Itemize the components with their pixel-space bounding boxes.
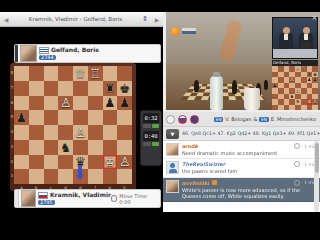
square-e6[interactable]: [73, 96, 88, 111]
square-h7[interactable]: ♚: [117, 81, 132, 96]
chat-scrollbar-thumb[interactable]: [315, 143, 319, 173]
piece-bP-g6[interactable]: ♟: [103, 96, 118, 111]
square-b5[interactable]: [29, 110, 44, 125]
piece-bP-a5: ♟: [272, 83, 278, 89]
game-navbar: ◀ Kramnik, Vladimir - Gelfand, Boris ⇕ ▶: [0, 12, 163, 27]
move-list-bar: ▼ 46. Qe8 Qc1+ 47. Kg2 Qd2+ 48. Kg1 Qe3+…: [163, 126, 320, 141]
prev-game-button[interactable]: ◀: [0, 16, 12, 23]
clock-icon: [294, 143, 300, 149]
clock-icon: [294, 161, 300, 167]
square-h1: [312, 105, 318, 111]
chat-username[interactable]: anvitshiki: [182, 180, 210, 186]
square-f3[interactable]: [88, 140, 103, 155]
game-selector-icon[interactable]: ⇕: [139, 15, 151, 23]
piece-wP-e4[interactable]: ♙: [73, 125, 88, 140]
close-icon[interactable]: ✕: [312, 14, 317, 21]
chat-message[interactable]: TheRealSwizler · 1 min the pawns scared …: [163, 159, 320, 177]
clock-panel: 0:32 0:40: [140, 110, 162, 166]
square-h6[interactable]: ♟: [117, 96, 132, 111]
commentator-separator: &: [254, 116, 258, 122]
square-b1[interactable]: [29, 169, 44, 184]
video-bottle: [210, 76, 223, 110]
piece-bK-h7[interactable]: ♚: [117, 81, 132, 96]
logo-text: [182, 28, 196, 34]
white-side-indicator: [15, 190, 19, 207]
top-black-bar: [0, 0, 320, 12]
player-name: Kramnik, Vladimir: [50, 192, 111, 199]
pip-laptop: [300, 43, 311, 49]
square-a3[interactable]: [14, 140, 29, 155]
commentator-figure: [279, 33, 293, 49]
broadcast-panel: Gelfand, Boris ♕♖♜♚♙♟♟♟♙♞♛♔♙ ✕ EN V. Bol…: [163, 12, 320, 240]
mini-chess-board: ♕♖♜♚♙♟♟♟♙♞♛♔♙: [272, 66, 318, 110]
bottom-black-bar: [0, 212, 320, 240]
russian-audio-icon[interactable]: [178, 115, 187, 124]
chat-panel: arodé · 1 min Need dramatic music accomp…: [163, 141, 320, 212]
player-card-black: Gelfand, Boris 2744: [14, 44, 161, 63]
square-f1[interactable]: [88, 169, 103, 184]
square-f8[interactable]: ♖: [88, 66, 103, 81]
piece-wP-d6: ♙: [289, 77, 295, 83]
commentator-badge-icon: EN: [214, 117, 223, 122]
chat-message[interactable]: arodé · 1 min Need dramatic music accomp…: [163, 141, 320, 159]
white-clock: 0:40: [143, 131, 159, 141]
square-d7[interactable]: [58, 81, 73, 96]
square-h3[interactable]: [117, 140, 132, 155]
square-h1[interactable]: [117, 169, 132, 184]
square-a5: ♟: [272, 83, 278, 89]
square-e2: ♛: [295, 99, 301, 105]
square-d6: ♙: [289, 77, 295, 83]
square-g8[interactable]: [103, 66, 118, 81]
chess-board-frame: 87654321 ♕♖♜♚♙♟♟♟♙♞♛♔♙ abcdefgh: [10, 63, 136, 191]
clock-icon: [111, 195, 117, 202]
piece-bN-d3[interactable]: ♞: [58, 140, 73, 155]
square-b6[interactable]: [29, 96, 44, 111]
mute-icon[interactable]: [166, 115, 175, 124]
square-h4[interactable]: [117, 125, 132, 140]
game-title: Kramnik, Vladimir - Gelfand, Boris: [12, 16, 139, 22]
avatar: [166, 161, 179, 174]
square-c7[interactable]: [44, 81, 59, 96]
mini-board-block: Gelfand, Boris ♕♖♜♚♙♟♟♟♙♞♛♔♙: [272, 60, 318, 110]
avatar: [166, 180, 179, 193]
piece-bQ-e2: ♛: [295, 99, 301, 105]
square-b4[interactable]: [29, 125, 44, 140]
square-c4[interactable]: [44, 125, 59, 140]
piece-wR-f8[interactable]: ♖: [88, 66, 103, 81]
video-piece: [232, 80, 237, 94]
move-list[interactable]: 46. Qe8 Qc1+ 47. Kg2 Qd2+ 48. Kg1 Qe3+ 4…: [182, 131, 320, 136]
player-avatar: [21, 190, 36, 207]
square-h5[interactable]: [117, 110, 132, 125]
player-name: Gelfand, Boris: [51, 47, 99, 54]
square-b3[interactable]: [29, 140, 44, 155]
square-g1[interactable]: [103, 169, 118, 184]
broadcast-logo: [171, 26, 197, 36]
square-h2: ♙: [312, 99, 318, 105]
square-e5[interactable]: [73, 110, 88, 125]
square-g2[interactable]: ♔: [103, 155, 118, 170]
square-f2[interactable]: [88, 155, 103, 170]
video-piece: [194, 80, 199, 92]
square-d3[interactable]: ♞: [58, 140, 73, 155]
chess-board[interactable]: ♕♖♜♚♙♟♟♟♙♞♛♔♙: [14, 66, 132, 184]
square-b7[interactable]: [29, 81, 44, 96]
square-a5[interactable]: ♟: [14, 110, 29, 125]
avatar: [166, 143, 179, 156]
commentary-bar: EN V. Bologan & EN E. Miroshnichenko: [163, 112, 320, 126]
square-f5[interactable]: [88, 110, 103, 125]
square-g3[interactable]: [103, 140, 118, 155]
clock-icon: [294, 180, 300, 186]
square-a7[interactable]: [14, 81, 29, 96]
square-c3[interactable]: [44, 140, 59, 155]
chat-username[interactable]: TheRealSwizler: [182, 161, 225, 167]
black-side-indicator: [15, 45, 18, 62]
chat-message-selected[interactable]: anvitshiki · 1 min White's passer is now…: [163, 178, 320, 203]
square-b8[interactable]: [29, 66, 44, 81]
square-e3[interactable]: [73, 140, 88, 155]
next-game-button[interactable]: ▶: [151, 16, 163, 23]
commentator-badge-icon: EN: [259, 117, 268, 122]
square-h6: ♟: [312, 77, 318, 83]
black-clock: 0:32: [143, 113, 159, 123]
piece-wP-e4: ♙: [295, 88, 301, 94]
square-a1[interactable]: [14, 169, 29, 184]
square-b2[interactable]: [29, 155, 44, 170]
square-d6[interactable]: ♙: [58, 96, 73, 111]
clock-button[interactable]: [143, 142, 151, 146]
square-g7[interactable]: ♜: [103, 81, 118, 96]
square-e4[interactable]: ♙: [73, 125, 88, 140]
square-d1[interactable]: [58, 169, 73, 184]
clock-active-indicator: [152, 142, 160, 146]
square-e8[interactable]: ♕: [73, 66, 88, 81]
square-e7[interactable]: [73, 81, 88, 96]
piece-wQ-e8[interactable]: ♕: [73, 66, 88, 81]
video-piece: [264, 80, 268, 90]
square-d2[interactable]: [58, 155, 73, 170]
square-g4[interactable]: [103, 125, 118, 140]
square-c6[interactable]: [44, 96, 59, 111]
square-a6[interactable]: [14, 96, 29, 111]
square-a8[interactable]: [14, 66, 29, 81]
russia-flag-icon: [38, 192, 48, 199]
square-a4[interactable]: [14, 125, 29, 140]
square-h2[interactable]: ♙: [117, 155, 132, 170]
piece-bP-h6[interactable]: ♟: [117, 96, 132, 111]
commentator-name: V. Bologan: [225, 116, 251, 122]
clock-active-indicator: [152, 124, 160, 128]
english-audio-icon[interactable]: [190, 115, 199, 124]
chat-scrollbar[interactable]: [314, 141, 319, 212]
logo-ball-icon: [171, 27, 180, 36]
move-time: Move Time: 0:00: [111, 193, 156, 205]
commentator-name: E. Miroshnichenko: [271, 116, 316, 122]
square-f7[interactable]: [88, 81, 103, 96]
piece-wK-g2[interactable]: ♔: [103, 155, 118, 170]
video-player[interactable]: Gelfand, Boris ♕♖♜♚♙♟♟♟♙♞♛♔♙ ✕: [166, 12, 320, 110]
piece-wP-h2[interactable]: ♙: [117, 155, 132, 170]
square-a2[interactable]: [14, 155, 29, 170]
commentator-pip: [272, 17, 318, 59]
piece-bR-g7[interactable]: ♜: [103, 81, 118, 96]
video-player-arm: [219, 19, 243, 63]
chat-text: the pawns scared him: [182, 168, 317, 174]
square-e4: ♙: [295, 88, 301, 94]
square-d5[interactable]: [58, 110, 73, 125]
piece-bQ-e2[interactable]: ♛: [73, 155, 88, 170]
pip-desk: [273, 49, 317, 58]
square-h8[interactable]: [117, 66, 132, 81]
chat-text: Need dramatic music accompaniment: [182, 150, 317, 156]
square-c2[interactable]: [44, 155, 59, 170]
square-f4[interactable]: [88, 125, 103, 140]
square-c8[interactable]: [44, 66, 59, 81]
game-panel: ◀ Kramnik, Vladimir - Gelfand, Boris ⇕ ▶…: [0, 12, 163, 240]
piece-wP-d6[interactable]: ♙: [58, 96, 73, 111]
premium-badge-icon: [212, 180, 217, 185]
chat-username[interactable]: arodé: [182, 143, 198, 149]
player-avatar: [20, 45, 37, 62]
square-c1[interactable]: [44, 169, 59, 184]
clock-button[interactable]: [143, 124, 151, 128]
square-d8[interactable]: [58, 66, 73, 81]
video-cup: [244, 88, 260, 110]
player-card-white: Kramnik, Vladimir 2795 Move Time: 0:00: [14, 189, 161, 208]
rating-badge: 2795: [38, 200, 55, 206]
square-g6[interactable]: ♟: [103, 96, 118, 111]
square-d4[interactable]: [58, 125, 73, 140]
chat-text: White's passer is now more advanced, so …: [182, 187, 317, 200]
piece-bP-h6: ♟: [312, 77, 318, 83]
piece-bP-a5[interactable]: ♟: [14, 110, 29, 125]
square-e2[interactable]: ♛: [73, 155, 88, 170]
rating-badge: 2744: [39, 55, 56, 61]
square-f6[interactable]: [88, 96, 103, 111]
square-c5[interactable]: [44, 110, 59, 125]
israel-flag-icon: [39, 47, 49, 54]
piece-wP-h2: ♙: [312, 99, 318, 105]
moves-dropdown-button[interactable]: ▼: [166, 129, 179, 139]
square-g5[interactable]: [103, 110, 118, 125]
